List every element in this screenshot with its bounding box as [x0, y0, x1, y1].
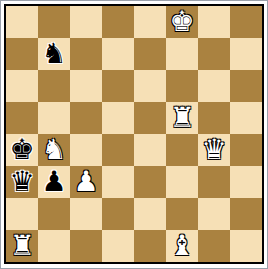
square-g5[interactable] — [198, 102, 230, 134]
square-b6[interactable] — [38, 70, 70, 102]
square-d4[interactable] — [102, 134, 134, 166]
square-c3[interactable]: ♟ — [70, 166, 102, 198]
square-f1[interactable]: ♝ — [166, 230, 198, 262]
square-a5[interactable] — [6, 102, 38, 134]
square-h4[interactable] — [230, 134, 262, 166]
square-d7[interactable] — [102, 38, 134, 70]
square-b3[interactable]: ♟ — [38, 166, 70, 198]
square-b2[interactable] — [38, 198, 70, 230]
square-g2[interactable] — [198, 198, 230, 230]
square-d6[interactable] — [102, 70, 134, 102]
square-f6[interactable] — [166, 70, 198, 102]
square-e2[interactable] — [134, 198, 166, 230]
square-f7[interactable] — [166, 38, 198, 70]
square-f4[interactable] — [166, 134, 198, 166]
square-d3[interactable] — [102, 166, 134, 198]
piece-white-knight-b4[interactable]: ♞ — [41, 134, 66, 166]
square-b4[interactable]: ♞ — [38, 134, 70, 166]
board-border: ♚♞♜♚♞♛♛♟♟♜♝ — [4, 4, 264, 264]
square-e4[interactable] — [134, 134, 166, 166]
piece-black-pawn-b3[interactable]: ♟ — [41, 166, 66, 198]
chess-board: ♚♞♜♚♞♛♛♟♟♜♝ — [6, 6, 262, 262]
piece-black-queen-a3[interactable]: ♛ — [9, 166, 34, 198]
square-a3[interactable]: ♛ — [6, 166, 38, 198]
square-f2[interactable] — [166, 198, 198, 230]
square-e1[interactable] — [134, 230, 166, 262]
piece-white-rook-a1[interactable]: ♜ — [9, 230, 34, 262]
piece-white-rook-f5[interactable]: ♜ — [169, 102, 194, 134]
square-a7[interactable] — [6, 38, 38, 70]
square-h2[interactable] — [230, 198, 262, 230]
piece-black-knight-b7[interactable]: ♞ — [41, 38, 66, 70]
square-c7[interactable] — [70, 38, 102, 70]
square-g7[interactable] — [198, 38, 230, 70]
square-e3[interactable] — [134, 166, 166, 198]
square-g3[interactable] — [198, 166, 230, 198]
square-e6[interactable] — [134, 70, 166, 102]
square-h5[interactable] — [230, 102, 262, 134]
square-h7[interactable] — [230, 38, 262, 70]
square-b7[interactable]: ♞ — [38, 38, 70, 70]
square-c1[interactable] — [70, 230, 102, 262]
square-f8[interactable]: ♚ — [166, 6, 198, 38]
square-d1[interactable] — [102, 230, 134, 262]
square-c5[interactable] — [70, 102, 102, 134]
square-g6[interactable] — [198, 70, 230, 102]
piece-white-king-f8[interactable]: ♚ — [169, 6, 194, 38]
square-e7[interactable] — [134, 38, 166, 70]
square-d5[interactable] — [102, 102, 134, 134]
square-h3[interactable] — [230, 166, 262, 198]
square-e5[interactable] — [134, 102, 166, 134]
square-b8[interactable] — [38, 6, 70, 38]
square-a1[interactable]: ♜ — [6, 230, 38, 262]
square-a2[interactable] — [6, 198, 38, 230]
square-c6[interactable] — [70, 70, 102, 102]
square-b1[interactable] — [38, 230, 70, 262]
square-g1[interactable] — [198, 230, 230, 262]
piece-black-king-a4[interactable]: ♚ — [9, 134, 34, 166]
square-a8[interactable] — [6, 6, 38, 38]
square-a6[interactable] — [6, 70, 38, 102]
piece-white-bishop-f1[interactable]: ♝ — [169, 230, 194, 262]
square-c4[interactable] — [70, 134, 102, 166]
square-g4[interactable]: ♛ — [198, 134, 230, 166]
square-c8[interactable] — [70, 6, 102, 38]
square-g8[interactable] — [198, 6, 230, 38]
square-f5[interactable]: ♜ — [166, 102, 198, 134]
piece-white-queen-g4[interactable]: ♛ — [201, 134, 226, 166]
square-h1[interactable] — [230, 230, 262, 262]
square-d8[interactable] — [102, 6, 134, 38]
square-e8[interactable] — [134, 6, 166, 38]
piece-white-pawn-c3[interactable]: ♟ — [73, 166, 98, 198]
square-d2[interactable] — [102, 198, 134, 230]
square-f3[interactable] — [166, 166, 198, 198]
board-frame: ♚♞♜♚♞♛♛♟♟♜♝ — [0, 0, 268, 269]
square-b5[interactable] — [38, 102, 70, 134]
square-a4[interactable]: ♚ — [6, 134, 38, 166]
square-c2[interactable] — [70, 198, 102, 230]
square-h8[interactable] — [230, 6, 262, 38]
square-h6[interactable] — [230, 70, 262, 102]
